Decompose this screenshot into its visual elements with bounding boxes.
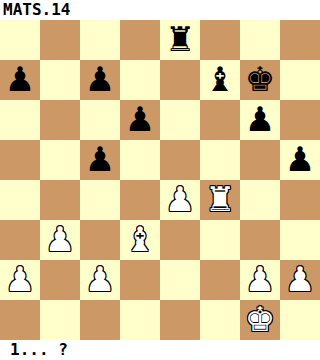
black-pawn-h5: ♟ xyxy=(285,140,315,179)
square-a7[interactable]: ♟ xyxy=(0,60,40,100)
square-d7[interactable] xyxy=(120,60,160,100)
square-b3[interactable]: ♟ xyxy=(40,220,80,260)
white-pawn-a2: ♟ xyxy=(5,260,35,299)
square-e2[interactable] xyxy=(160,260,200,300)
square-g6[interactable]: ♟ xyxy=(240,100,280,140)
square-a5[interactable] xyxy=(0,140,40,180)
square-a2[interactable]: ♟ xyxy=(0,260,40,300)
square-h4[interactable] xyxy=(280,180,320,220)
square-d6[interactable]: ♟ xyxy=(120,100,160,140)
square-d5[interactable] xyxy=(120,140,160,180)
puzzle-title: MATS.14 xyxy=(0,0,320,20)
square-a4[interactable] xyxy=(0,180,40,220)
white-pawn-g2: ♟ xyxy=(245,260,275,299)
square-c7[interactable]: ♟ xyxy=(80,60,120,100)
square-h1[interactable] xyxy=(280,300,320,340)
square-c3[interactable] xyxy=(80,220,120,260)
square-h2[interactable]: ♟ xyxy=(280,260,320,300)
square-b6[interactable] xyxy=(40,100,80,140)
move-prompt: 1... ? xyxy=(0,340,320,360)
square-d2[interactable] xyxy=(120,260,160,300)
square-g5[interactable] xyxy=(240,140,280,180)
square-d3[interactable]: ♝ xyxy=(120,220,160,260)
square-b7[interactable] xyxy=(40,60,80,100)
black-pawn-c7: ♟ xyxy=(85,60,115,99)
square-d4[interactable] xyxy=(120,180,160,220)
square-a3[interactable] xyxy=(0,220,40,260)
square-f6[interactable] xyxy=(200,100,240,140)
square-c6[interactable] xyxy=(80,100,120,140)
square-g3[interactable] xyxy=(240,220,280,260)
chess-puzzle-page: MATS.14 ♜♟♟♝♚♟♟♟♟♟♜♟♝♟♟♟♟♚ 1... ? xyxy=(0,0,320,360)
square-f1[interactable] xyxy=(200,300,240,340)
square-e5[interactable] xyxy=(160,140,200,180)
square-f4[interactable]: ♜ xyxy=(200,180,240,220)
white-pawn-c2: ♟ xyxy=(85,260,115,299)
white-pawn-b3: ♟ xyxy=(45,220,75,259)
white-pawn-e4: ♟ xyxy=(165,180,195,219)
square-a1[interactable] xyxy=(0,300,40,340)
square-f8[interactable] xyxy=(200,20,240,60)
black-pawn-g6: ♟ xyxy=(245,100,275,139)
square-c4[interactable] xyxy=(80,180,120,220)
square-e3[interactable] xyxy=(160,220,200,260)
square-f5[interactable] xyxy=(200,140,240,180)
black-king-g7: ♚ xyxy=(245,60,275,99)
square-e1[interactable] xyxy=(160,300,200,340)
square-e4[interactable]: ♟ xyxy=(160,180,200,220)
square-h7[interactable] xyxy=(280,60,320,100)
square-f2[interactable] xyxy=(200,260,240,300)
square-f3[interactable] xyxy=(200,220,240,260)
white-bishop-d3: ♝ xyxy=(125,220,155,259)
black-pawn-d6: ♟ xyxy=(125,100,155,139)
square-c2[interactable]: ♟ xyxy=(80,260,120,300)
square-c5[interactable]: ♟ xyxy=(80,140,120,180)
square-e6[interactable] xyxy=(160,100,200,140)
square-e8[interactable]: ♜ xyxy=(160,20,200,60)
square-c1[interactable] xyxy=(80,300,120,340)
square-g1[interactable]: ♚ xyxy=(240,300,280,340)
white-pawn-h2: ♟ xyxy=(285,260,315,299)
white-rook-f4: ♜ xyxy=(205,180,235,219)
black-pawn-c5: ♟ xyxy=(85,140,115,179)
square-h6[interactable] xyxy=(280,100,320,140)
black-bishop-f7: ♝ xyxy=(205,60,235,99)
square-h3[interactable] xyxy=(280,220,320,260)
square-b2[interactable] xyxy=(40,260,80,300)
square-g8[interactable] xyxy=(240,20,280,60)
square-h8[interactable] xyxy=(280,20,320,60)
black-rook-e8: ♜ xyxy=(165,20,195,59)
square-b5[interactable] xyxy=(40,140,80,180)
black-pawn-a7: ♟ xyxy=(5,60,35,99)
square-e7[interactable] xyxy=(160,60,200,100)
square-g2[interactable]: ♟ xyxy=(240,260,280,300)
square-b8[interactable] xyxy=(40,20,80,60)
square-g7[interactable]: ♚ xyxy=(240,60,280,100)
square-b4[interactable] xyxy=(40,180,80,220)
square-a6[interactable] xyxy=(0,100,40,140)
square-b1[interactable] xyxy=(40,300,80,340)
square-d1[interactable] xyxy=(120,300,160,340)
chess-board: ♜♟♟♝♚♟♟♟♟♟♜♟♝♟♟♟♟♚ xyxy=(0,20,320,340)
square-a8[interactable] xyxy=(0,20,40,60)
square-c8[interactable] xyxy=(80,20,120,60)
square-d8[interactable] xyxy=(120,20,160,60)
square-g4[interactable] xyxy=(240,180,280,220)
square-f7[interactable]: ♝ xyxy=(200,60,240,100)
white-king-g1: ♚ xyxy=(245,300,275,339)
square-h5[interactable]: ♟ xyxy=(280,140,320,180)
